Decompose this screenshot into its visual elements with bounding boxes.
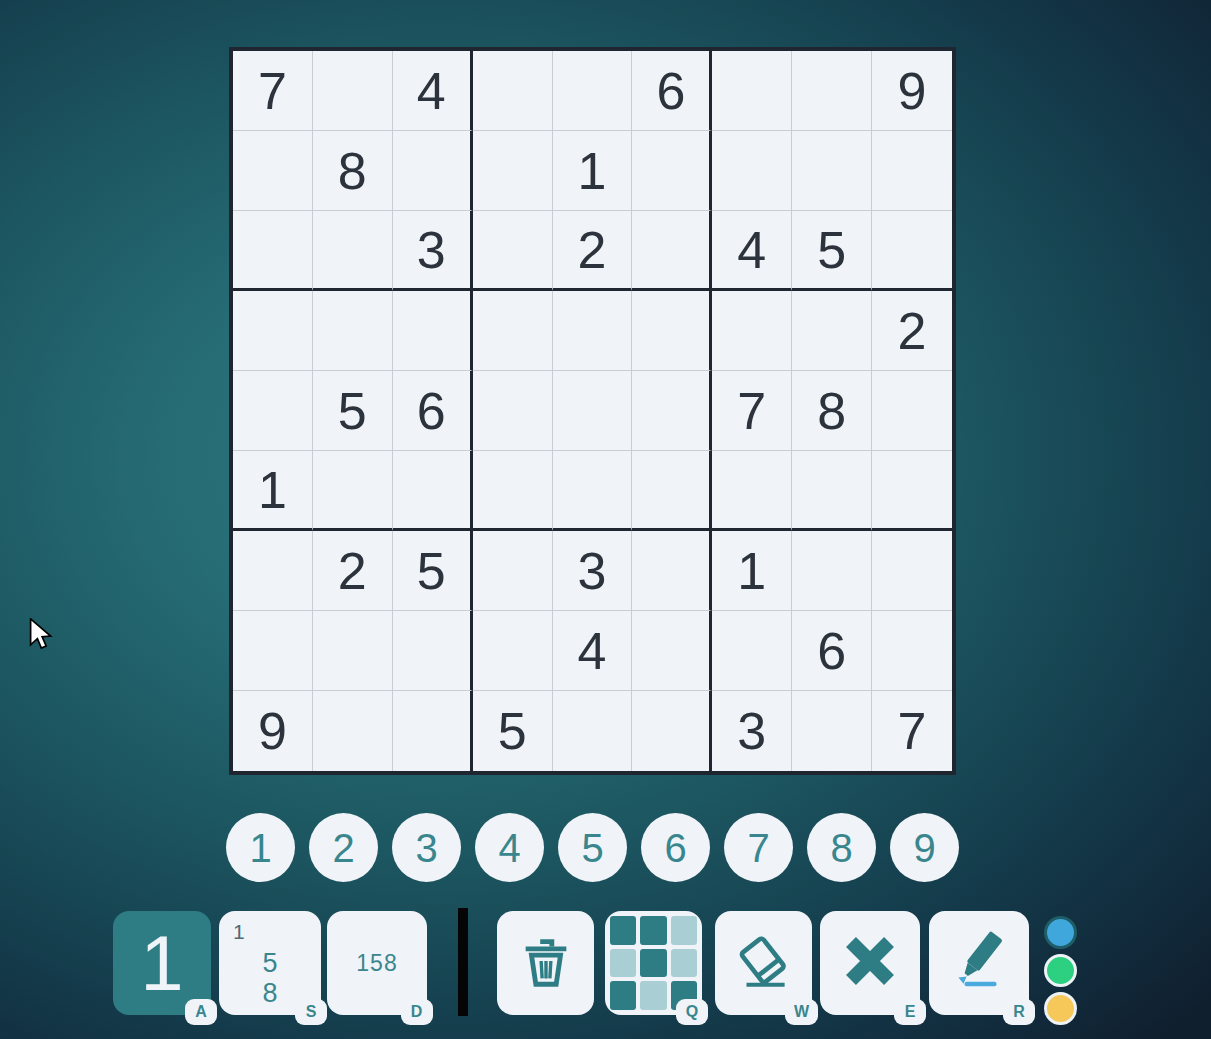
sudoku-cell-r3c2[interactable] (313, 211, 393, 291)
pen-icon (946, 928, 1012, 998)
sudoku-cell-r4c5[interactable] (553, 291, 633, 371)
sudoku-cell-r5c4[interactable] (473, 371, 553, 451)
sudoku-cell-r3c7[interactable]: 4 (712, 211, 792, 291)
sudoku-cell-r2c6[interactable] (632, 131, 712, 211)
sudoku-cell-r8c3[interactable] (393, 611, 473, 691)
sudoku-cell-r9c2[interactable] (313, 691, 393, 771)
sudoku-cell-r3c6[interactable] (632, 211, 712, 291)
sudoku-cell-r2c9[interactable] (872, 131, 952, 211)
digit-button-9[interactable]: 9 (890, 813, 959, 882)
sudoku-cell-r5c8[interactable]: 8 (792, 371, 872, 451)
color-grid-button[interactable]: Q (605, 911, 702, 1015)
sudoku-cell-r9c6[interactable] (632, 691, 712, 771)
sudoku-cell-r6c1[interactable]: 1 (233, 451, 313, 531)
sudoku-cell-r5c1[interactable] (233, 371, 313, 451)
sudoku-cell-r5c5[interactable] (553, 371, 633, 451)
digit-button-8[interactable]: 8 (807, 813, 876, 882)
corner-note-digit: 8 (262, 980, 277, 1007)
sudoku-board: 74698132452567812531469537 (229, 47, 956, 775)
shortcut-badge-d: D (401, 999, 433, 1025)
sudoku-cell-r5c6[interactable] (632, 371, 712, 451)
sudoku-cell-r2c1[interactable] (233, 131, 313, 211)
digit-button-5[interactable]: 5 (558, 813, 627, 882)
sudoku-cell-r2c7[interactable] (712, 131, 792, 211)
digit-button-6[interactable]: 6 (641, 813, 710, 882)
sudoku-cell-r6c2[interactable] (313, 451, 393, 531)
sudoku-cell-r8c7[interactable] (712, 611, 792, 691)
sudoku-cell-r1c4[interactable] (473, 51, 553, 131)
digit-button-1[interactable]: 1 (226, 813, 295, 882)
normal-mode-label: 1 (140, 924, 183, 1002)
sudoku-cell-r4c2[interactable] (313, 291, 393, 371)
sudoku-cell-r6c7[interactable] (712, 451, 792, 531)
sudoku-cell-r8c4[interactable] (473, 611, 553, 691)
digit-button-4[interactable]: 4 (475, 813, 544, 882)
trash-icon (515, 930, 577, 996)
sudoku-cell-r7c8[interactable] (792, 531, 872, 611)
sudoku-cell-r9c9[interactable]: 7 (872, 691, 952, 771)
sudoku-cell-r8c5[interactable]: 4 (553, 611, 633, 691)
sudoku-cell-r4c3[interactable] (393, 291, 473, 371)
sudoku-cell-r4c8[interactable] (792, 291, 872, 371)
shortcut-badge-w: W (785, 999, 818, 1025)
center-notes-label: 158 (356, 950, 397, 977)
sudoku-cell-r4c7[interactable] (712, 291, 792, 371)
sudoku-cell-r9c3[interactable] (393, 691, 473, 771)
sudoku-cell-r8c9[interactable] (872, 611, 952, 691)
normal-mode-button[interactable]: 1 A (113, 911, 211, 1015)
sudoku-cell-r6c3[interactable] (393, 451, 473, 531)
shortcut-badge-e: E (894, 999, 926, 1025)
shortcut-badge-a: A (185, 999, 217, 1025)
sudoku-cell-r1c5[interactable] (553, 51, 633, 131)
sudoku-cell-r2c5[interactable]: 1 (553, 131, 633, 211)
sudoku-cell-r4c6[interactable] (632, 291, 712, 371)
sudoku-cell-r7c7[interactable]: 1 (712, 531, 792, 611)
sudoku-cell-r3c3[interactable]: 3 (393, 211, 473, 291)
sudoku-cell-r1c3[interactable]: 4 (393, 51, 473, 131)
sudoku-cell-r1c1[interactable]: 7 (233, 51, 313, 131)
sudoku-cell-r8c1[interactable] (233, 611, 313, 691)
shortcut-badge-q: Q (676, 999, 708, 1025)
sudoku-app: 74698132452567812531469537 123456789 1 A… (0, 0, 1211, 1039)
number-pad: 123456789 (226, 813, 959, 882)
x-icon (838, 929, 902, 997)
sudoku-cell-r3c4[interactable] (473, 211, 553, 291)
sudoku-cell-r6c4[interactable] (473, 451, 553, 531)
sudoku-cell-r5c7[interactable]: 7 (712, 371, 792, 451)
mouse-cursor (28, 618, 54, 656)
delete-button[interactable] (497, 911, 594, 1015)
sudoku-cell-r3c9[interactable] (872, 211, 952, 291)
sudoku-cell-r1c6[interactable]: 6 (632, 51, 712, 131)
center-notes-mode-button[interactable]: 158 D (327, 911, 427, 1015)
pen-button[interactable]: R (929, 911, 1029, 1015)
digit-button-2[interactable]: 2 (309, 813, 378, 882)
sudoku-cell-r3c5[interactable]: 2 (553, 211, 633, 291)
color-dot-column (1044, 916, 1077, 1025)
sudoku-cell-r7c2[interactable]: 2 (313, 531, 393, 611)
sudoku-cell-r6c8[interactable] (792, 451, 872, 531)
sudoku-cell-r5c9[interactable] (872, 371, 952, 451)
sudoku-cell-r6c9[interactable] (872, 451, 952, 531)
sudoku-cell-r7c6[interactable] (632, 531, 712, 611)
sudoku-cell-r2c4[interactable] (473, 131, 553, 211)
sudoku-cell-r9c1[interactable]: 9 (233, 691, 313, 771)
eraser-button[interactable]: W (715, 911, 812, 1015)
sudoku-cell-r4c1[interactable] (233, 291, 313, 371)
toolbar-divider (458, 908, 468, 1016)
sudoku-cell-r3c8[interactable]: 5 (792, 211, 872, 291)
blue-color-dot[interactable] (1044, 916, 1077, 949)
sudoku-cell-r7c9[interactable] (872, 531, 952, 611)
sudoku-cell-r1c9[interactable]: 9 (872, 51, 952, 131)
color-grid-icon (610, 916, 697, 1010)
digit-button-7[interactable]: 7 (724, 813, 793, 882)
sudoku-cell-r4c4[interactable] (473, 291, 553, 371)
sudoku-cell-r7c3[interactable]: 5 (393, 531, 473, 611)
sudoku-cell-r2c8[interactable] (792, 131, 872, 211)
sudoku-cell-r9c8[interactable] (792, 691, 872, 771)
shortcut-badge-s: S (295, 999, 327, 1025)
sudoku-cell-r7c5[interactable]: 3 (553, 531, 633, 611)
sudoku-cell-r9c7[interactable]: 3 (712, 691, 792, 771)
sudoku-cell-r6c6[interactable] (632, 451, 712, 531)
sudoku-cell-r9c4[interactable]: 5 (473, 691, 553, 771)
sudoku-cell-r2c3[interactable] (393, 131, 473, 211)
yellow-color-dot[interactable] (1044, 992, 1077, 1025)
sudoku-cell-r4c9[interactable]: 2 (872, 291, 952, 371)
sudoku-cell-r2c2[interactable]: 8 (313, 131, 393, 211)
sudoku-cell-r7c4[interactable] (473, 531, 553, 611)
sudoku-cell-r5c3[interactable]: 6 (393, 371, 473, 451)
corner-note-digit: 5 (262, 950, 277, 977)
sudoku-cell-r1c2[interactable] (313, 51, 393, 131)
sudoku-cell-r6c5[interactable] (553, 451, 633, 531)
corner-notes-mode-button[interactable]: 1 5 8 S (219, 911, 321, 1015)
clear-x-button[interactable]: E (820, 911, 920, 1015)
green-color-dot[interactable] (1044, 954, 1077, 987)
sudoku-cell-r9c5[interactable] (553, 691, 633, 771)
corner-note-digit: 1 (233, 921, 245, 942)
eraser-icon (731, 928, 797, 998)
sudoku-cell-r1c8[interactable] (792, 51, 872, 131)
sudoku-cell-r3c1[interactable] (233, 211, 313, 291)
sudoku-cell-r5c2[interactable]: 5 (313, 371, 393, 451)
sudoku-cell-r8c2[interactable] (313, 611, 393, 691)
sudoku-cell-r1c7[interactable] (712, 51, 792, 131)
shortcut-badge-r: R (1003, 999, 1035, 1025)
sudoku-cell-r7c1[interactable] (233, 531, 313, 611)
sudoku-cell-r8c6[interactable] (632, 611, 712, 691)
digit-button-3[interactable]: 3 (392, 813, 461, 882)
sudoku-cell-r8c8[interactable]: 6 (792, 611, 872, 691)
